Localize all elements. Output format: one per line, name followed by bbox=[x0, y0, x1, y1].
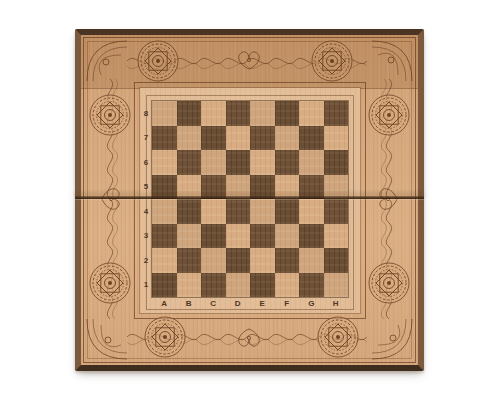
chess-board: 87654321 ABCDEFGH bbox=[75, 29, 424, 371]
square-e4[interactable] bbox=[250, 199, 275, 224]
square-f3[interactable] bbox=[275, 224, 300, 249]
square-b8[interactable] bbox=[177, 101, 202, 126]
square-h6[interactable] bbox=[324, 150, 349, 175]
square-h4[interactable] bbox=[324, 199, 349, 224]
file-label-d: D bbox=[226, 297, 251, 310]
file-labels: ABCDEFGH bbox=[152, 297, 348, 310]
rank-label-4: 4 bbox=[140, 199, 152, 224]
square-g4[interactable] bbox=[299, 199, 324, 224]
square-a4[interactable] bbox=[152, 199, 177, 224]
square-a8[interactable] bbox=[152, 101, 177, 126]
square-g7[interactable] bbox=[299, 126, 324, 151]
square-h7[interactable] bbox=[324, 126, 349, 151]
square-g3[interactable] bbox=[299, 224, 324, 249]
square-b7[interactable] bbox=[177, 126, 202, 151]
rank-label-2: 2 bbox=[140, 248, 152, 273]
rank-label-1: 1 bbox=[140, 273, 152, 298]
square-g1[interactable] bbox=[299, 273, 324, 298]
square-c4[interactable] bbox=[201, 199, 226, 224]
square-d4[interactable] bbox=[226, 199, 251, 224]
rank-label-7: 7 bbox=[140, 126, 152, 151]
square-h3[interactable] bbox=[324, 224, 349, 249]
rank-label-5: 5 bbox=[140, 175, 152, 200]
board-photo-scene: 87654321 ABCDEFGH bbox=[0, 0, 500, 400]
square-b5[interactable] bbox=[177, 175, 202, 200]
square-e2[interactable] bbox=[250, 248, 275, 273]
square-f2[interactable] bbox=[275, 248, 300, 273]
square-c3[interactable] bbox=[201, 224, 226, 249]
square-a1[interactable] bbox=[152, 273, 177, 298]
square-g8[interactable] bbox=[299, 101, 324, 126]
file-label-h: H bbox=[324, 297, 349, 310]
palmette-top bbox=[239, 52, 260, 69]
file-label-g: G bbox=[299, 297, 324, 310]
square-d7[interactable] bbox=[226, 126, 251, 151]
square-e3[interactable] bbox=[250, 224, 275, 249]
square-d8[interactable] bbox=[226, 101, 251, 126]
file-label-a: A bbox=[152, 297, 177, 310]
square-b2[interactable] bbox=[177, 248, 202, 273]
file-label-e: E bbox=[250, 297, 275, 310]
square-c7[interactable] bbox=[201, 126, 226, 151]
square-c5[interactable] bbox=[201, 175, 226, 200]
square-c2[interactable] bbox=[201, 248, 226, 273]
square-e8[interactable] bbox=[250, 101, 275, 126]
square-f6[interactable] bbox=[275, 150, 300, 175]
file-label-b: B bbox=[177, 297, 202, 310]
square-g2[interactable] bbox=[299, 248, 324, 273]
square-d5[interactable] bbox=[226, 175, 251, 200]
square-e5[interactable] bbox=[250, 175, 275, 200]
square-g6[interactable] bbox=[299, 150, 324, 175]
square-e7[interactable] bbox=[250, 126, 275, 151]
file-label-f: F bbox=[275, 297, 300, 310]
square-h1[interactable] bbox=[324, 273, 349, 298]
square-e1[interactable] bbox=[250, 273, 275, 298]
rank-labels: 87654321 bbox=[140, 101, 152, 297]
playing-field-panel: 87654321 ABCDEFGH bbox=[140, 88, 360, 313]
rank-label-8: 8 bbox=[140, 101, 152, 126]
rank-label-6: 6 bbox=[140, 150, 152, 175]
square-f5[interactable] bbox=[275, 175, 300, 200]
square-c8[interactable] bbox=[201, 101, 226, 126]
square-b4[interactable] bbox=[177, 199, 202, 224]
square-c6[interactable] bbox=[201, 150, 226, 175]
square-f1[interactable] bbox=[275, 273, 300, 298]
square-d3[interactable] bbox=[226, 224, 251, 249]
square-b6[interactable] bbox=[177, 150, 202, 175]
rank-label-3: 3 bbox=[140, 224, 152, 249]
chess-grid bbox=[152, 101, 348, 297]
square-a7[interactable] bbox=[152, 126, 177, 151]
square-g5[interactable] bbox=[299, 175, 324, 200]
square-b3[interactable] bbox=[177, 224, 202, 249]
square-a2[interactable] bbox=[152, 248, 177, 273]
square-f7[interactable] bbox=[275, 126, 300, 151]
square-a6[interactable] bbox=[152, 150, 177, 175]
square-h5[interactable] bbox=[324, 175, 349, 200]
square-h2[interactable] bbox=[324, 248, 349, 273]
square-h8[interactable] bbox=[324, 101, 349, 126]
square-e6[interactable] bbox=[250, 150, 275, 175]
square-a5[interactable] bbox=[152, 175, 177, 200]
square-d1[interactable] bbox=[226, 273, 251, 298]
square-c1[interactable] bbox=[201, 273, 226, 298]
square-a3[interactable] bbox=[152, 224, 177, 249]
square-d2[interactable] bbox=[226, 248, 251, 273]
file-label-c: C bbox=[201, 297, 226, 310]
square-d6[interactable] bbox=[226, 150, 251, 175]
square-f8[interactable] bbox=[275, 101, 300, 126]
square-b1[interactable] bbox=[177, 273, 202, 298]
square-f4[interactable] bbox=[275, 199, 300, 224]
